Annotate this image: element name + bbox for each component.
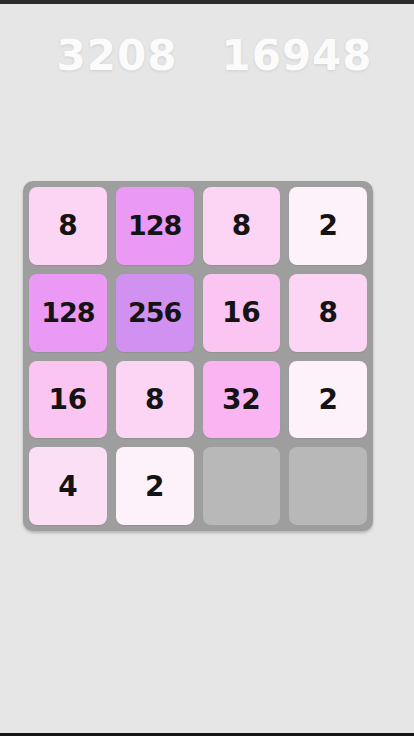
tile-8: 8 <box>29 187 107 265</box>
tile-2: 2 <box>289 361 367 439</box>
app-screen: { "game": "2048", "position": { "rows": … <box>0 0 414 736</box>
tile-2: 2 <box>289 187 367 265</box>
tile-32: 32 <box>203 361 281 439</box>
status-bar-strip <box>0 0 414 4</box>
tile-256: 256 <box>116 274 194 352</box>
tile-8: 8 <box>289 274 367 352</box>
tile-8: 8 <box>116 361 194 439</box>
tile-2: 2 <box>116 447 194 525</box>
tile-8: 8 <box>203 187 281 265</box>
empty-cell <box>203 447 281 525</box>
tile-128: 128 <box>116 187 194 265</box>
tile-16: 16 <box>203 274 281 352</box>
tile-4: 4 <box>29 447 107 525</box>
score-current: 3208 <box>57 31 178 80</box>
board[interactable]: 81288212825616816832242 <box>23 181 373 531</box>
tile-16: 16 <box>29 361 107 439</box>
empty-cell <box>289 447 367 525</box>
tile-128: 128 <box>29 274 107 352</box>
score-best: 16948 <box>221 31 372 80</box>
